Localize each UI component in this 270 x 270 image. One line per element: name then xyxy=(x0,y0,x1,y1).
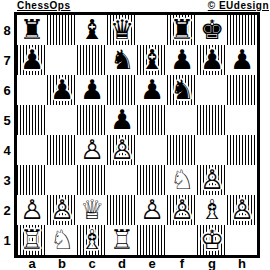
rank-labels: 87654321 xyxy=(0,15,14,255)
piece-wb: ♗ xyxy=(200,195,224,225)
square-c4: ♙ xyxy=(77,135,107,165)
square-f6: ♞ xyxy=(167,75,197,105)
square-f2: ♙ xyxy=(167,195,197,225)
square-g5 xyxy=(197,105,227,135)
square-e8 xyxy=(137,15,167,45)
square-c7 xyxy=(77,45,107,75)
square-d5: ♟ xyxy=(107,105,137,135)
square-a6 xyxy=(17,75,47,105)
square-b5 xyxy=(47,105,77,135)
piece-wp: ♙ xyxy=(20,195,44,225)
square-b4 xyxy=(47,135,77,165)
piece-br: ♜ xyxy=(170,15,194,45)
square-e3 xyxy=(137,165,167,195)
square-e1 xyxy=(137,225,167,255)
square-c8: ♝ xyxy=(77,15,107,45)
square-b1: ♘ xyxy=(47,225,77,255)
square-h6 xyxy=(227,75,257,105)
square-g8: ♚ xyxy=(197,15,227,45)
square-a2: ♙ xyxy=(17,195,47,225)
piece-wr: ♖ xyxy=(110,225,134,255)
square-a8: ♜ xyxy=(17,15,47,45)
piece-wp: ♙ xyxy=(50,195,74,225)
file-label: b xyxy=(47,256,77,270)
rank-label: 6 xyxy=(0,75,14,105)
square-a1: ♖ xyxy=(17,225,47,255)
square-f7: ♟ xyxy=(167,45,197,75)
piece-wp: ♙ xyxy=(80,135,104,165)
board-frame: ♜♝♛♜♚♟♞♝♟♟♟♟♟♟♞♟♙♙♘♙♙♙♕♙♙♗♙♖♘♗♖♔ xyxy=(14,12,260,258)
square-a3 xyxy=(17,165,47,195)
file-labels: abcdefgh xyxy=(17,256,257,270)
square-h3 xyxy=(227,165,257,195)
square-f3: ♘ xyxy=(167,165,197,195)
square-g1: ♔ xyxy=(197,225,227,255)
chess-board: ♜♝♛♜♚♟♞♝♟♟♟♟♟♟♞♟♙♙♘♙♙♙♕♙♙♗♙♖♘♗♖♔ xyxy=(17,15,257,255)
file-label: g xyxy=(197,256,227,270)
piece-bn: ♞ xyxy=(110,45,134,75)
piece-bp: ♟ xyxy=(80,75,104,105)
piece-wp: ♙ xyxy=(110,135,134,165)
square-d6 xyxy=(107,75,137,105)
piece-bb: ♝ xyxy=(80,15,104,45)
rank-label: 2 xyxy=(0,195,14,225)
piece-bp: ♟ xyxy=(20,45,44,75)
piece-wb: ♗ xyxy=(80,225,104,255)
square-c5 xyxy=(77,105,107,135)
piece-bp: ♟ xyxy=(200,45,224,75)
rank-label: 7 xyxy=(0,45,14,75)
square-f8: ♜ xyxy=(167,15,197,45)
square-b6: ♟ xyxy=(47,75,77,105)
square-g7: ♟ xyxy=(197,45,227,75)
square-d8: ♛ xyxy=(107,15,137,45)
header-bar: ChessOps © EUdesign xyxy=(0,0,270,12)
square-e4 xyxy=(137,135,167,165)
piece-bp: ♟ xyxy=(50,75,74,105)
piece-bn: ♞ xyxy=(170,75,194,105)
square-b7 xyxy=(47,45,77,75)
app-title: ChessOps xyxy=(17,0,70,11)
square-g2: ♗ xyxy=(197,195,227,225)
piece-wp: ♙ xyxy=(140,195,164,225)
piece-br: ♜ xyxy=(20,15,44,45)
piece-wn: ♘ xyxy=(170,165,194,195)
square-c6: ♟ xyxy=(77,75,107,105)
square-a7: ♟ xyxy=(17,45,47,75)
square-h4 xyxy=(227,135,257,165)
square-b2: ♙ xyxy=(47,195,77,225)
square-b3 xyxy=(47,165,77,195)
square-f4 xyxy=(167,135,197,165)
square-c2: ♕ xyxy=(77,195,107,225)
square-a4 xyxy=(17,135,47,165)
square-d2 xyxy=(107,195,137,225)
square-c1: ♗ xyxy=(77,225,107,255)
piece-wp: ♙ xyxy=(200,165,224,195)
square-h5 xyxy=(227,105,257,135)
square-b8 xyxy=(47,15,77,45)
square-f5 xyxy=(167,105,197,135)
piece-bk: ♚ xyxy=(200,15,224,45)
piece-wn: ♘ xyxy=(50,225,74,255)
piece-wq: ♕ xyxy=(80,195,104,225)
square-h1 xyxy=(227,225,257,255)
square-e2: ♙ xyxy=(137,195,167,225)
piece-bq: ♛ xyxy=(110,15,134,45)
rank-label: 4 xyxy=(0,135,14,165)
square-d3 xyxy=(107,165,137,195)
square-a5 xyxy=(17,105,47,135)
square-h2: ♙ xyxy=(227,195,257,225)
file-label: e xyxy=(137,256,167,270)
rank-label: 1 xyxy=(0,225,14,255)
rank-label: 5 xyxy=(0,105,14,135)
piece-bp: ♟ xyxy=(140,75,164,105)
square-c3 xyxy=(77,165,107,195)
square-e7: ♝ xyxy=(137,45,167,75)
rank-label: 3 xyxy=(0,165,14,195)
piece-wp: ♙ xyxy=(230,195,254,225)
chessops-diagram: ChessOps © EUdesign 87654321 ♜♝♛♜♚♟♞♝♟♟♟… xyxy=(0,0,270,270)
piece-wk: ♔ xyxy=(200,225,224,255)
square-f1 xyxy=(167,225,197,255)
square-e6: ♟ xyxy=(137,75,167,105)
piece-bp: ♟ xyxy=(170,45,194,75)
credit-text: © EUdesign xyxy=(208,0,269,11)
rank-label: 8 xyxy=(0,15,14,45)
square-g3: ♙ xyxy=(197,165,227,195)
square-d1: ♖ xyxy=(107,225,137,255)
file-label: c xyxy=(77,256,107,270)
square-g4 xyxy=(197,135,227,165)
piece-wr: ♖ xyxy=(20,225,44,255)
square-e5 xyxy=(137,105,167,135)
square-d7: ♞ xyxy=(107,45,137,75)
file-label: f xyxy=(167,256,197,270)
piece-bb: ♝ xyxy=(140,45,164,75)
piece-bp: ♟ xyxy=(230,45,254,75)
square-h7: ♟ xyxy=(227,45,257,75)
piece-bp: ♟ xyxy=(110,105,134,135)
file-label: a xyxy=(17,256,47,270)
square-h8 xyxy=(227,15,257,45)
file-label: d xyxy=(107,256,137,270)
piece-wp: ♙ xyxy=(170,195,194,225)
file-label: h xyxy=(227,256,257,270)
square-g6 xyxy=(197,75,227,105)
square-d4: ♙ xyxy=(107,135,137,165)
